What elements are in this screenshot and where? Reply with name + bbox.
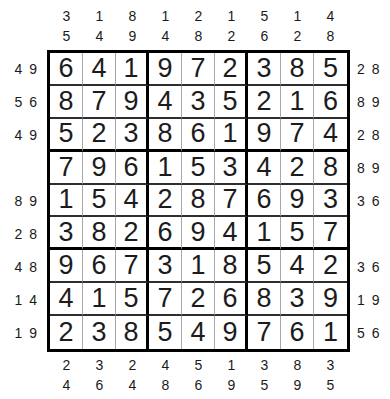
clue-digit: 8 (294, 355, 302, 375)
clue-digit: 1 (228, 355, 236, 375)
clue-left-row2: 56 (0, 86, 42, 119)
clue-digit: 3 (357, 259, 365, 275)
clue-top-col9: 48 (314, 6, 347, 48)
sudoku-cell-r3c3[interactable]: 3 (116, 119, 149, 152)
sudoku-cell-r5c2[interactable]: 5 (83, 185, 116, 218)
clue-digit: 9 (294, 375, 302, 395)
clue-digit: 3 (357, 193, 365, 209)
clue-digit: 2 (228, 26, 236, 46)
sudoku-cell-r8c2[interactable]: 1 (83, 283, 116, 316)
sudoku-cell-r2c3[interactable]: 9 (116, 86, 149, 119)
clue-right-row5: 36 (353, 185, 390, 218)
clue-digit: 6 (372, 325, 380, 341)
sudoku-cell-r5c5[interactable]: 8 (182, 185, 215, 218)
clue-digit: 6 (261, 26, 269, 46)
clue-right-row6 (353, 217, 390, 250)
sudoku-cell-r3c1[interactable]: 5 (50, 119, 83, 152)
clue-digit: 6 (29, 94, 37, 110)
clue-bottom-col6: 19 (215, 355, 248, 397)
puzzle-canvas: 351489142812561248 4956498928481419 6419… (0, 0, 390, 399)
sudoku-cell-r5c4[interactable]: 2 (149, 185, 182, 218)
sudoku-cell-r2c9[interactable]: 6 (314, 86, 347, 119)
clue-digit: 1 (294, 6, 302, 26)
sudoku-cell-r8c3[interactable]: 5 (116, 283, 149, 316)
sudoku-cell-r3c9[interactable]: 4 (314, 119, 347, 152)
clue-digit: 4 (14, 127, 22, 143)
clue-digit: 2 (63, 355, 71, 375)
sudoku-cell-r4c6[interactable]: 3 (215, 152, 248, 185)
sudoku-cell-r6c6[interactable]: 4 (215, 217, 248, 250)
sudoku-cell-r7c3[interactable]: 7 (116, 250, 149, 283)
clue-digit: 9 (29, 325, 37, 341)
sudoku-cell-r5c8[interactable]: 9 (281, 185, 314, 218)
clue-top-col8: 12 (281, 6, 314, 48)
sudoku-cell-r1c7[interactable]: 3 (248, 53, 281, 86)
sudoku-cell-r7c5[interactable]: 1 (182, 250, 215, 283)
clue-digit: 4 (327, 6, 335, 26)
bottom-clues: 243624485619358935 (50, 355, 347, 397)
clue-digit: 3 (327, 355, 335, 375)
sudoku-cell-r9c6[interactable]: 9 (215, 316, 248, 349)
clue-digit: 9 (129, 26, 137, 46)
sudoku-cell-r4c3[interactable]: 6 (116, 152, 149, 185)
sudoku-cell-r6c8[interactable]: 5 (281, 217, 314, 250)
clue-digit: 1 (14, 325, 22, 341)
sudoku-cell-r3c7[interactable]: 9 (248, 119, 281, 152)
sudoku-cell-r2c6[interactable]: 5 (215, 86, 248, 119)
sudoku-cell-r9c1[interactable]: 2 (50, 316, 83, 349)
clue-digit: 2 (294, 26, 302, 46)
clue-digit: 9 (29, 127, 37, 143)
clue-digit: 3 (261, 355, 269, 375)
sudoku-cell-r2c8[interactable]: 1 (281, 86, 314, 119)
sudoku-cell-r6c4[interactable]: 6 (149, 217, 182, 250)
clue-right-row3: 28 (353, 119, 390, 152)
clue-top-col4: 14 (149, 6, 182, 48)
clue-digit: 8 (29, 226, 37, 242)
clue-left-row6: 28 (0, 217, 42, 250)
sudoku-cell-r4c7[interactable]: 4 (248, 152, 281, 185)
sudoku-cell-r4c8[interactable]: 2 (281, 152, 314, 185)
clue-digit: 9 (228, 375, 236, 395)
clue-digit: 1 (162, 6, 170, 26)
clue-right-row9: 56 (353, 316, 390, 349)
clue-digit: 2 (357, 127, 365, 143)
sudoku-cell-r8c9[interactable]: 9 (314, 283, 347, 316)
clue-left-row9: 19 (0, 316, 42, 349)
clue-digit: 4 (29, 292, 37, 308)
clue-top-col1: 35 (50, 6, 83, 48)
sudoku-cell-r5c9[interactable]: 3 (314, 185, 347, 218)
sudoku-cell-r3c8[interactable]: 7 (281, 119, 314, 152)
clue-digit: 9 (372, 160, 380, 176)
clue-digit: 8 (357, 160, 365, 176)
clue-digit: 6 (195, 375, 203, 395)
sudoku-cell-r9c2[interactable]: 3 (83, 316, 116, 349)
clue-digit: 1 (14, 292, 22, 308)
top-clues: 351489142812561248 (50, 6, 347, 48)
sudoku-cell-r9c3[interactable]: 8 (116, 316, 149, 349)
clue-bottom-col5: 56 (182, 355, 215, 397)
clue-digit: 1 (228, 6, 236, 26)
sudoku-cell-r2c2[interactable]: 7 (83, 86, 116, 119)
sudoku-cell-r5c1[interactable]: 1 (50, 185, 83, 218)
sudoku-cell-r9c5[interactable]: 4 (182, 316, 215, 349)
clue-right-row1: 28 (353, 53, 390, 86)
clue-digit: 6 (372, 193, 380, 209)
clue-digit: 8 (372, 127, 380, 143)
clue-digit: 2 (357, 61, 365, 77)
clue-top-col6: 12 (215, 6, 248, 48)
clue-right-row4: 89 (353, 152, 390, 185)
sudoku-cell-r6c5[interactable]: 9 (182, 217, 215, 250)
clue-digit: 2 (129, 355, 137, 375)
clue-bottom-col1: 24 (50, 355, 83, 397)
clue-digit: 5 (63, 26, 71, 46)
sudoku-cell-r7c6[interactable]: 8 (215, 250, 248, 283)
clue-digit: 9 (29, 61, 37, 77)
sudoku-cell-r3c4[interactable]: 8 (149, 119, 182, 152)
clue-digit: 2 (14, 226, 22, 242)
clue-digit: 2 (195, 6, 203, 26)
clue-bottom-col8: 89 (281, 355, 314, 397)
clue-left-row4 (0, 152, 42, 185)
clue-right-row2: 89 (353, 86, 390, 119)
clue-bottom-col7: 35 (248, 355, 281, 397)
clue-digit: 5 (261, 6, 269, 26)
clue-digit: 5 (327, 375, 335, 395)
sudoku-cell-r5c3[interactable]: 4 (116, 185, 149, 218)
sudoku-cell-r6c7[interactable]: 1 (248, 217, 281, 250)
clue-digit: 8 (162, 375, 170, 395)
clue-left-row5: 89 (0, 185, 42, 218)
clue-digit: 4 (14, 61, 22, 77)
sudoku-cell-r6c3[interactable]: 2 (116, 217, 149, 250)
sudoku-cell-r3c2[interactable]: 2 (83, 119, 116, 152)
sudoku-cell-r1c5[interactable]: 7 (182, 53, 215, 86)
clue-digit: 3 (63, 6, 71, 26)
sudoku-cell-r7c8[interactable]: 4 (281, 250, 314, 283)
sudoku-cell-r7c7[interactable]: 5 (248, 250, 281, 283)
sudoku-cell-r4c1[interactable]: 7 (50, 152, 83, 185)
sudoku-cell-r1c1[interactable]: 6 (50, 53, 83, 86)
left-clues: 4956498928481419 (0, 53, 42, 349)
sudoku-cell-r8c5[interactable]: 2 (182, 283, 215, 316)
clue-digit: 6 (372, 259, 380, 275)
sudoku-cell-r6c9[interactable]: 7 (314, 217, 347, 250)
sudoku-cell-r7c4[interactable]: 3 (149, 250, 182, 283)
clue-left-row1: 49 (0, 53, 42, 86)
sudoku-cell-r5c6[interactable]: 7 (215, 185, 248, 218)
sudoku-cell-r9c4[interactable]: 5 (149, 316, 182, 349)
clue-digit: 4 (14, 259, 22, 275)
sudoku-cell-r8c7[interactable]: 8 (248, 283, 281, 316)
clue-digit: 4 (162, 26, 170, 46)
sudoku-cell-r2c5[interactable]: 3 (182, 86, 215, 119)
clue-digit: 8 (195, 26, 203, 46)
sudoku-cell-r6c2[interactable]: 8 (83, 217, 116, 250)
clue-bottom-col2: 36 (83, 355, 116, 397)
clue-digit: 4 (96, 26, 104, 46)
clue-digit: 5 (261, 375, 269, 395)
clue-digit: 8 (14, 193, 22, 209)
right-clues: 2889288936361956 (353, 53, 390, 349)
clue-digit: 9 (372, 292, 380, 308)
sudoku-cell-r8c8[interactable]: 3 (281, 283, 314, 316)
clue-bottom-col4: 48 (149, 355, 182, 397)
clue-digit: 5 (195, 355, 203, 375)
sudoku-cell-r5c7[interactable]: 6 (248, 185, 281, 218)
sudoku-cell-r4c2[interactable]: 9 (83, 152, 116, 185)
sudoku-cell-r9c9[interactable]: 1 (314, 316, 347, 349)
sudoku-cell-r9c8[interactable]: 6 (281, 316, 314, 349)
clue-top-col5: 28 (182, 6, 215, 48)
clue-left-row8: 14 (0, 283, 42, 316)
clue-digit: 5 (357, 325, 365, 341)
sudoku-cell-r3c5[interactable]: 6 (182, 119, 215, 152)
sudoku-cell-r2c4[interactable]: 4 (149, 86, 182, 119)
clue-top-col2: 14 (83, 6, 116, 48)
clue-digit: 4 (63, 375, 71, 395)
sudoku-cell-r1c3[interactable]: 1 (116, 53, 149, 86)
clue-digit: 5 (14, 94, 22, 110)
clue-digit: 9 (372, 94, 380, 110)
clue-right-row8: 19 (353, 283, 390, 316)
clue-digit: 4 (129, 375, 137, 395)
sudoku-cell-r1c4[interactable]: 9 (149, 53, 182, 86)
sudoku-cell-r9c7[interactable]: 7 (248, 316, 281, 349)
sudoku-cell-r2c1[interactable]: 8 (50, 86, 83, 119)
clue-left-row3: 49 (0, 119, 42, 152)
clue-digit: 9 (29, 193, 37, 209)
sudoku-cell-r1c8[interactable]: 8 (281, 53, 314, 86)
clue-digit: 3 (96, 355, 104, 375)
sudoku-cell-r1c9[interactable]: 5 (314, 53, 347, 86)
sudoku-cell-r8c6[interactable]: 6 (215, 283, 248, 316)
clue-digit: 4 (162, 355, 170, 375)
clue-digit: 1 (96, 6, 104, 26)
clue-right-row7: 36 (353, 250, 390, 283)
sudoku-board: 6419723858794352165238619747961534281542… (47, 50, 350, 352)
clue-bottom-col3: 24 (116, 355, 149, 397)
sudoku-cell-r8c4[interactable]: 7 (149, 283, 182, 316)
sudoku-cell-r4c9[interactable]: 8 (314, 152, 347, 185)
clue-top-col3: 89 (116, 6, 149, 48)
clue-digit: 8 (29, 259, 37, 275)
sudoku-cell-r3c6[interactable]: 1 (215, 119, 248, 152)
clue-digit: 8 (372, 61, 380, 77)
clue-left-row7: 48 (0, 250, 42, 283)
sudoku-cell-r1c2[interactable]: 4 (83, 53, 116, 86)
clue-digit: 6 (96, 375, 104, 395)
sudoku-cell-r1c6[interactable]: 2 (215, 53, 248, 86)
sudoku-cell-r8c1[interactable]: 4 (50, 283, 83, 316)
sudoku-cell-r2c7[interactable]: 2 (248, 86, 281, 119)
sudoku-cell-r4c4[interactable]: 1 (149, 152, 182, 185)
sudoku-cell-r6c1[interactable]: 3 (50, 217, 83, 250)
clue-digit: 8 (129, 6, 137, 26)
sudoku-cell-r7c2[interactable]: 6 (83, 250, 116, 283)
clue-digit: 1 (357, 292, 365, 308)
clue-top-col7: 56 (248, 6, 281, 48)
clue-digit: 8 (327, 26, 335, 46)
sudoku-cell-r7c1[interactable]: 9 (50, 250, 83, 283)
clue-digit: 8 (357, 94, 365, 110)
sudoku-cell-r7c9[interactable]: 2 (314, 250, 347, 283)
sudoku-cell-r4c5[interactable]: 5 (182, 152, 215, 185)
clue-bottom-col9: 35 (314, 355, 347, 397)
